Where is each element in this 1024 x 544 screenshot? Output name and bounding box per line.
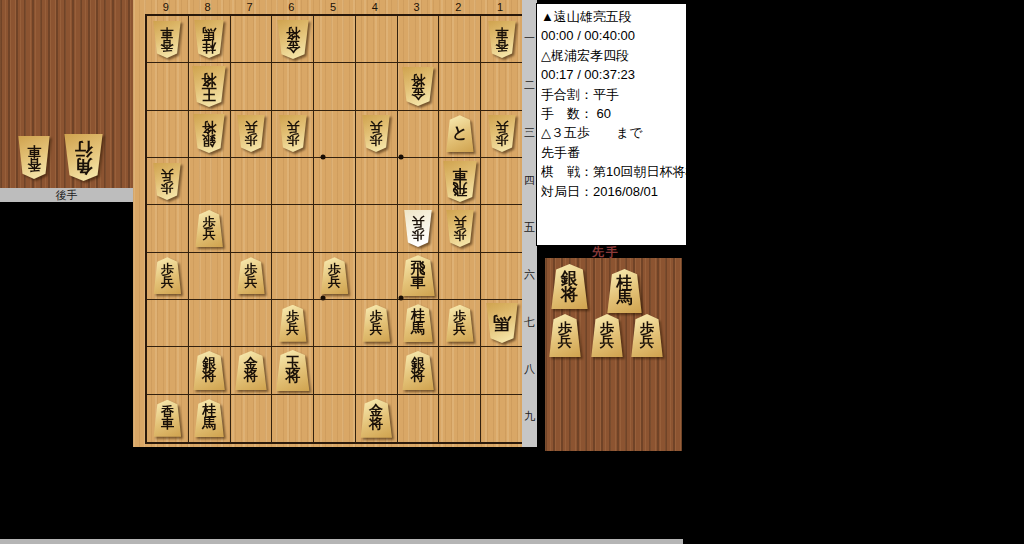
shogi-piece-gote[interactable]: 角行 (64, 134, 103, 181)
square-89: 桂馬 (189, 395, 231, 442)
square-77 (231, 300, 273, 347)
square-39 (398, 395, 440, 442)
square-55 (314, 205, 356, 252)
square-16 (481, 253, 523, 300)
shogi-piece-gote[interactable]: 香車 (18, 136, 50, 179)
rank-label-2: 二 (524, 78, 535, 93)
piece-kanji: 将 (369, 418, 383, 431)
shogi-piece-gote[interactable]: 馬 (486, 303, 518, 343)
square-58 (314, 347, 356, 394)
handicap: 手合割：平手 (541, 85, 686, 104)
piece-kanji: 馬 (493, 315, 511, 332)
square-15 (481, 205, 523, 252)
square-79 (231, 395, 273, 442)
shogi-piece-gote[interactable]: 歩兵 (488, 115, 516, 152)
hoshi-dot (321, 296, 326, 301)
piece-kanji: 兵 (161, 169, 174, 181)
piece-kanji: 兵 (412, 217, 425, 229)
hoshi-dot (399, 296, 404, 301)
file-label-8: 8 (205, 0, 211, 14)
square-78: 金将 (231, 347, 273, 394)
piece-kanji: 兵 (244, 122, 257, 134)
square-44 (356, 158, 398, 205)
piece-kanji: 将 (202, 370, 216, 383)
square-76: 歩兵 (231, 253, 273, 300)
piece-kanji: 馬 (202, 418, 216, 431)
square-48 (356, 347, 398, 394)
square-35: 歩兵 (398, 205, 440, 252)
square-41 (356, 16, 398, 63)
shogi-piece-gote[interactable]: 香車 (153, 21, 181, 58)
square-33 (398, 111, 440, 158)
piece-kanji: 香 (27, 158, 41, 171)
square-98 (147, 347, 189, 394)
piece-kanji: 桂 (202, 39, 216, 52)
piece-kanji: 兵 (600, 336, 614, 349)
square-66 (272, 253, 314, 300)
piece-kanji: 兵 (370, 122, 383, 134)
square-34 (398, 158, 440, 205)
piece-kanji: 将 (286, 26, 300, 39)
square-95 (147, 205, 189, 252)
file-label-4: 4 (372, 0, 378, 14)
piece-kanji: 王 (202, 86, 217, 100)
file-label-7: 7 (246, 0, 252, 14)
rank-label-9: 九 (524, 409, 535, 424)
shogi-piece-sente[interactable]: と (446, 115, 474, 152)
square-46 (356, 253, 398, 300)
square-42 (356, 63, 398, 110)
square-99: 香車 (147, 395, 189, 442)
shogi-piece-sente[interactable]: 歩兵 (195, 210, 223, 247)
rank-labels: 一二三四五六七八九 (522, 0, 537, 447)
square-64 (272, 158, 314, 205)
piece-kanji: 将 (561, 287, 578, 303)
square-36: 飛車 (398, 253, 440, 300)
square-12 (481, 63, 523, 110)
shogi-piece-sente[interactable]: 歩兵 (362, 305, 390, 342)
square-69 (272, 395, 314, 442)
piece-kanji: 将 (411, 370, 425, 383)
piece-kanji: 歩 (286, 134, 299, 146)
square-85: 歩兵 (189, 205, 231, 252)
sente-player-name: ▲遠山雄亮五段 (541, 7, 686, 26)
square-27: 歩兵 (439, 300, 481, 347)
gote-captured-tray[interactable]: 香車角行 (0, 0, 133, 188)
square-49: 金将 (356, 395, 398, 442)
piece-kanji: 歩 (412, 228, 425, 240)
piece-kanji: 馬 (617, 291, 633, 306)
shogi-piece-sente[interactable]: 桂馬 (194, 399, 224, 437)
square-63: 歩兵 (272, 111, 314, 158)
piece-kanji: 車 (411, 276, 426, 290)
piece-kanji: 将 (244, 370, 258, 383)
square-86 (189, 253, 231, 300)
square-88: 銀将 (189, 347, 231, 394)
piece-kanji: 車 (496, 27, 509, 39)
rank-label-8: 八 (524, 362, 535, 377)
game-date: 対局日：2016/08/01 (541, 182, 686, 201)
piece-kanji: 将 (411, 74, 425, 87)
piece-kanji: 兵 (453, 217, 466, 229)
rank-label-5: 五 (524, 220, 535, 235)
shogi-piece-sente[interactable]: 歩兵 (320, 257, 348, 294)
piece-kanji: 将 (202, 121, 216, 134)
piece-kanji: 兵 (370, 323, 383, 335)
piece-kanji: 兵 (286, 122, 299, 134)
piece-kanji: 兵 (496, 122, 509, 134)
square-47: 歩兵 (356, 300, 398, 347)
shogi-piece-gote[interactable]: 歩兵 (279, 115, 307, 152)
piece-kanji: 兵 (286, 323, 299, 335)
shogi-piece-gote[interactable]: 金将 (277, 20, 309, 59)
piece-kanji: 車 (161, 27, 174, 39)
file-label-9: 9 (163, 0, 169, 14)
piece-kanji: 馬 (411, 323, 425, 336)
square-84 (189, 158, 231, 205)
shogi-piece-gote[interactable]: 歩兵 (404, 210, 432, 247)
shogi-piece-sente[interactable]: 歩兵 (279, 305, 307, 342)
piece-kanji: 金 (286, 39, 300, 52)
gote-tray-label: 後手 (0, 188, 133, 202)
board-grid[interactable]: 香車桂馬金将香車王将金将銀将歩兵歩兵歩兵と歩兵歩兵飛車歩兵歩兵歩兵歩兵歩兵歩兵飛… (145, 14, 525, 444)
info-panel: ▲遠山雄亮五段 00:00 / 00:40:00 △梶浦宏孝四段 00:17 /… (536, 3, 687, 246)
square-43: 歩兵 (356, 111, 398, 158)
shogi-piece-gote[interactable]: 歩兵 (446, 210, 474, 247)
piece-kanji: 兵 (203, 228, 216, 240)
file-label-3: 3 (413, 0, 419, 14)
last-move: △３五歩 まで (541, 123, 686, 142)
square-24: 飛車 (439, 158, 481, 205)
shogi-piece-gote[interactable]: 香車 (488, 21, 516, 58)
piece-kanji: 飛 (452, 181, 467, 195)
square-91: 香車 (147, 16, 189, 63)
shogi-piece-sente[interactable]: 銀将 (402, 351, 434, 390)
square-52 (314, 63, 356, 110)
piece-kanji: 将 (285, 370, 300, 384)
hoshi-dot (399, 155, 404, 160)
square-65 (272, 205, 314, 252)
square-75 (231, 205, 273, 252)
piece-kanji: 歩 (453, 228, 466, 240)
piece-kanji: 馬 (202, 26, 216, 39)
square-14 (481, 158, 523, 205)
shogi-piece-sente[interactable]: 歩兵 (237, 257, 265, 294)
shogi-piece-gote[interactable]: 飛車 (443, 161, 477, 202)
square-73: 歩兵 (231, 111, 273, 158)
rank-label-4: 四 (524, 172, 535, 187)
square-57 (314, 300, 356, 347)
square-97 (147, 300, 189, 347)
piece-kanji: と (452, 126, 468, 141)
square-81: 桂馬 (189, 16, 231, 63)
square-61: 金将 (272, 16, 314, 63)
square-11: 香車 (481, 16, 523, 63)
shogi-piece-hand[interactable]: 桂馬 (607, 269, 642, 313)
shogi-piece-sente[interactable]: 桂馬 (403, 304, 433, 342)
shogi-piece-gote[interactable]: 金将 (402, 67, 434, 106)
piece-kanji: 兵 (244, 276, 257, 288)
shogi-piece-sente[interactable]: 銀将 (193, 351, 225, 390)
rank-label-7: 七 (524, 314, 535, 329)
file-label-1: 1 (497, 0, 503, 14)
shogi-piece-gote[interactable]: 歩兵 (153, 163, 181, 200)
shogi-piece-gote[interactable]: 銀将 (193, 114, 225, 153)
shogi-piece-hand[interactable]: 歩兵 (591, 314, 623, 357)
square-26 (439, 253, 481, 300)
square-32: 金将 (398, 63, 440, 110)
square-29 (439, 395, 481, 442)
piece-kanji: 兵 (161, 276, 174, 288)
square-38: 銀将 (398, 347, 440, 394)
rank-label-1: 一 (524, 30, 535, 45)
piece-kanji: 金 (411, 86, 425, 99)
rank-label-3: 三 (524, 125, 535, 140)
piece-kanji: 歩 (244, 134, 257, 146)
shogi-piece-gote[interactable]: 歩兵 (362, 115, 390, 152)
piece-kanji: 将 (202, 73, 217, 87)
tournament: 棋 戦：第10回朝日杯将棋 (541, 162, 686, 181)
shogi-piece-hand[interactable]: 銀将 (551, 264, 588, 309)
square-68: 玉将 (272, 347, 314, 394)
square-83: 銀将 (189, 111, 231, 158)
square-72 (231, 63, 273, 110)
piece-kanji: 兵 (328, 276, 341, 288)
square-25: 歩兵 (439, 205, 481, 252)
square-71 (231, 16, 273, 63)
file-label-5: 5 (330, 0, 336, 14)
shogi-piece-sente[interactable]: 香車 (153, 400, 181, 437)
hoshi-dot (321, 155, 326, 160)
square-31 (398, 16, 440, 63)
square-62 (272, 63, 314, 110)
shogi-piece-sente[interactable]: 飛車 (401, 255, 435, 296)
piece-kanji: 兵 (558, 336, 572, 349)
square-54 (314, 158, 356, 205)
square-37: 桂馬 (398, 300, 440, 347)
shogi-piece-sente[interactable]: 歩兵 (446, 305, 474, 342)
square-17: 馬 (481, 300, 523, 347)
file-label-2: 2 (455, 0, 461, 14)
square-13: 歩兵 (481, 111, 523, 158)
square-28 (439, 347, 481, 394)
shogi-piece-sente[interactable]: 金将 (360, 399, 392, 438)
shogi-piece-sente[interactable]: 金将 (235, 351, 267, 390)
rank-label-6: 六 (524, 267, 535, 282)
square-59 (314, 395, 356, 442)
shogi-piece-gote[interactable]: 歩兵 (237, 115, 265, 152)
square-18 (481, 347, 523, 394)
square-53 (314, 111, 356, 158)
square-96: 歩兵 (147, 253, 189, 300)
file-label-6: 6 (288, 0, 294, 14)
piece-kanji: 銀 (202, 134, 216, 147)
square-94: 歩兵 (147, 158, 189, 205)
square-56: 歩兵 (314, 253, 356, 300)
square-19 (481, 395, 523, 442)
square-51 (314, 16, 356, 63)
square-22 (439, 63, 481, 110)
square-74 (231, 158, 273, 205)
shogi-piece-hand[interactable]: 歩兵 (549, 314, 581, 357)
side-to-move: 先手番 (541, 143, 686, 162)
piece-kanji: 歩 (370, 134, 383, 146)
square-67: 歩兵 (272, 300, 314, 347)
shogi-piece-gote[interactable]: 王将 (192, 66, 226, 107)
piece-kanji: 行 (75, 141, 93, 158)
board: 987654321 香車桂馬金将香車王将金将銀将歩兵歩兵歩兵と歩兵歩兵飛車歩兵歩… (133, 0, 522, 447)
piece-kanji: 兵 (640, 336, 654, 349)
square-93 (147, 111, 189, 158)
square-82: 王将 (189, 63, 231, 110)
move-count: 手 数： 60 (541, 104, 686, 123)
piece-kanji: 車 (452, 167, 467, 181)
square-92 (147, 63, 189, 110)
shogi-piece-sente[interactable]: 玉将 (276, 350, 310, 391)
square-21 (439, 16, 481, 63)
shogi-piece-hand[interactable]: 歩兵 (631, 314, 663, 357)
piece-kanji: 兵 (453, 323, 466, 335)
square-23: と (439, 111, 481, 158)
shogi-piece-sente[interactable]: 歩兵 (153, 257, 181, 294)
piece-kanji: 車 (161, 418, 174, 430)
shogi-piece-gote[interactable]: 桂馬 (194, 20, 224, 58)
gote-player-name: △梶浦宏孝四段 (541, 46, 686, 65)
gote-clock: 00:17 / 00:37:23 (541, 65, 686, 84)
sente-clock: 00:00 / 00:40:00 (541, 26, 686, 45)
piece-kanji: 車 (27, 145, 41, 158)
piece-kanji: 角 (75, 158, 93, 175)
window-bottom-edge (0, 539, 683, 544)
sente-captured-tray[interactable]: 銀将桂馬歩兵歩兵歩兵 (545, 258, 682, 451)
shogi-kifu-viewer: 香車角行 後手 987654321 香車桂馬金将香車王将金将銀将歩兵歩兵歩兵と歩… (0, 0, 1024, 544)
piece-kanji: 歩 (496, 134, 509, 146)
square-87 (189, 300, 231, 347)
square-45 (356, 205, 398, 252)
